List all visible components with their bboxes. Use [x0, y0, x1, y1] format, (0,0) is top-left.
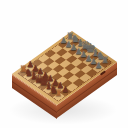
product-photo-stage: ♜♞♝♛♚♝♞♜♟♟♟♟♟♟♟♟♟♟♟♟♟♟♟♟♜♞♝♛♚♝♞♜ — [0, 0, 128, 128]
piece-white-rook-h1[interactable]: ♜ — [52, 89, 65, 98]
piece-black-pawn-h7[interactable]: ♟ — [93, 62, 105, 70]
pieces-layer: ♜♞♝♛♚♝♞♜♟♟♟♟♟♟♟♟♟♟♟♟♟♟♟♟♜♞♝♛♚♝♞♜ — [0, 0, 128, 128]
